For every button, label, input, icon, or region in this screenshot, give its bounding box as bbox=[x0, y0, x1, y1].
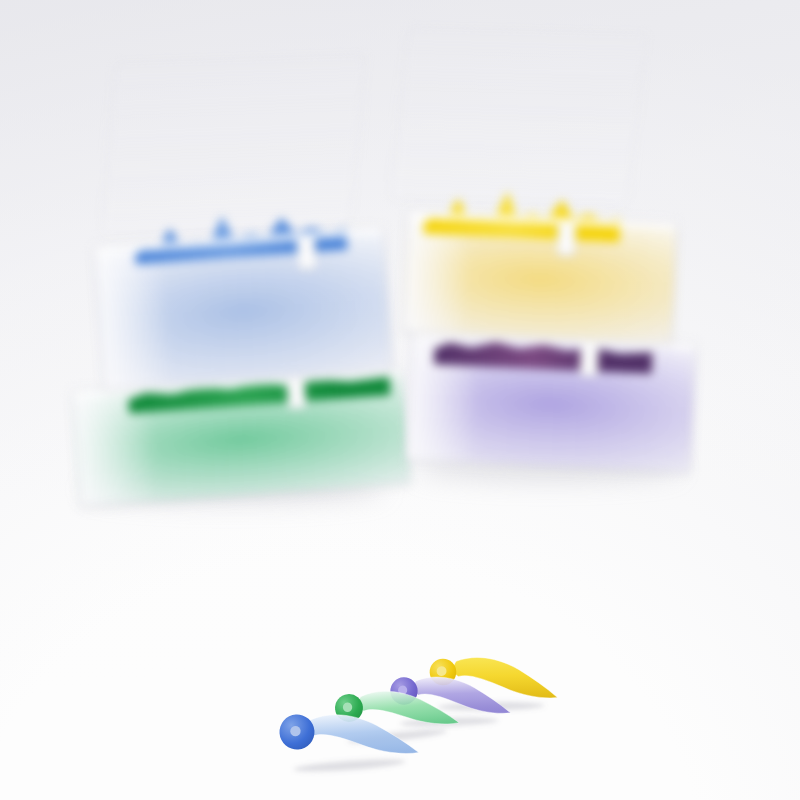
photo-scene bbox=[0, 0, 800, 800]
wedge-blue-svg bbox=[273, 693, 428, 778]
wedge-blue-blade bbox=[307, 709, 419, 760]
wedge-blue-shadow bbox=[293, 757, 405, 774]
loose-wedges-group bbox=[0, 0, 800, 800]
